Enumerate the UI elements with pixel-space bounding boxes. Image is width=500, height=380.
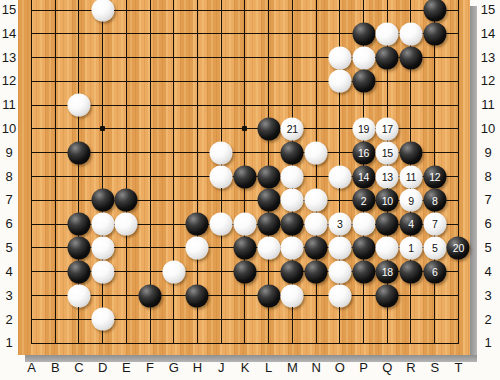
intersection-H9[interactable] — [186, 141, 210, 165]
intersection-H4[interactable] — [186, 260, 210, 284]
intersection-A8[interactable] — [20, 165, 44, 189]
intersection-N7[interactable] — [304, 188, 328, 212]
intersection-G2[interactable] — [162, 307, 186, 331]
intersection-R15[interactable] — [399, 0, 423, 22]
intersection-P1[interactable] — [352, 331, 376, 355]
intersection-M12[interactable] — [281, 70, 305, 94]
intersection-E3[interactable] — [114, 284, 138, 308]
intersection-A5[interactable] — [20, 236, 44, 260]
intersection-R14[interactable] — [399, 22, 423, 46]
intersection-L14[interactable] — [257, 22, 281, 46]
intersection-D14[interactable] — [91, 22, 115, 46]
intersection-A13[interactable] — [20, 46, 44, 70]
intersection-E4[interactable] — [114, 260, 138, 284]
intersection-O8[interactable] — [328, 165, 352, 189]
intersection-J5[interactable] — [209, 236, 233, 260]
intersection-R9[interactable] — [399, 141, 423, 165]
intersection-S5[interactable]: 5 — [423, 236, 447, 260]
intersection-N5[interactable] — [304, 236, 328, 260]
intersection-N10[interactable] — [304, 117, 328, 141]
intersection-K15[interactable] — [233, 0, 257, 22]
intersection-H6[interactable] — [186, 212, 210, 236]
column-label-O: O — [330, 360, 350, 376]
intersection-J12[interactable] — [209, 70, 233, 94]
row-label-left-2: 2 — [0, 312, 18, 328]
intersection-T10[interactable] — [447, 117, 471, 141]
intersection-S3[interactable] — [423, 284, 447, 308]
intersection-H1[interactable] — [186, 331, 210, 355]
intersection-T14[interactable] — [447, 22, 471, 46]
grid-line-v — [458, 284, 459, 308]
intersection-H15[interactable] — [186, 0, 210, 22]
intersection-B6[interactable] — [43, 212, 67, 236]
intersection-R3[interactable] — [399, 284, 423, 308]
intersection-M7[interactable] — [281, 188, 305, 212]
intersection-G1[interactable] — [162, 331, 186, 355]
intersection-M14[interactable] — [281, 22, 305, 46]
intersection-C2[interactable] — [67, 307, 91, 331]
intersection-S13[interactable] — [423, 46, 447, 70]
intersection-B9[interactable] — [43, 141, 67, 165]
intersection-T7[interactable] — [447, 188, 471, 212]
intersection-A1[interactable] — [20, 331, 44, 355]
intersection-Q4[interactable]: 18 — [375, 260, 399, 284]
intersection-M11[interactable] — [281, 93, 305, 117]
intersection-L10[interactable] — [257, 117, 281, 141]
intersection-O6[interactable]: 3 — [328, 212, 352, 236]
intersection-K10[interactable] — [233, 117, 257, 141]
intersection-T4[interactable] — [447, 260, 471, 284]
intersection-B15[interactable] — [43, 0, 67, 22]
intersection-L1[interactable] — [257, 331, 281, 355]
intersection-G4[interactable] — [162, 260, 186, 284]
intersection-L4[interactable] — [257, 260, 281, 284]
intersection-B10[interactable] — [43, 117, 67, 141]
intersection-H7[interactable] — [186, 188, 210, 212]
intersection-M4[interactable] — [281, 260, 305, 284]
intersection-T11[interactable] — [447, 93, 471, 117]
intersection-L9[interactable] — [257, 141, 281, 165]
intersection-S6[interactable]: 7 — [423, 212, 447, 236]
intersection-D12[interactable] — [91, 70, 115, 94]
intersection-H8[interactable] — [186, 165, 210, 189]
intersection-S7[interactable]: 8 — [423, 188, 447, 212]
intersection-L12[interactable] — [257, 70, 281, 94]
intersection-Q9[interactable]: 15 — [375, 141, 399, 165]
grid-line-v — [31, 236, 32, 260]
intersection-B8[interactable] — [43, 165, 67, 189]
intersection-O15[interactable] — [328, 0, 352, 22]
intersection-F6[interactable] — [138, 212, 162, 236]
intersection-M1[interactable] — [281, 331, 305, 355]
intersection-G12[interactable] — [162, 70, 186, 94]
intersection-H5[interactable] — [186, 236, 210, 260]
intersection-G6[interactable] — [162, 212, 186, 236]
intersection-B3[interactable] — [43, 284, 67, 308]
grid-line-v — [173, 236, 174, 260]
intersection-R1[interactable] — [399, 331, 423, 355]
intersection-P12[interactable] — [352, 70, 376, 94]
intersection-O10[interactable] — [328, 117, 352, 141]
intersection-L2[interactable] — [257, 307, 281, 331]
intersection-N14[interactable] — [304, 22, 328, 46]
intersection-R12[interactable] — [399, 70, 423, 94]
intersection-D1[interactable] — [91, 331, 115, 355]
intersection-M9[interactable] — [281, 141, 305, 165]
intersection-M2[interactable] — [281, 307, 305, 331]
intersection-M3[interactable] — [281, 284, 305, 308]
intersection-H11[interactable] — [186, 93, 210, 117]
intersection-D3[interactable] — [91, 284, 115, 308]
intersection-A14[interactable] — [20, 22, 44, 46]
intersection-P10[interactable]: 19 — [352, 117, 376, 141]
intersection-P2[interactable] — [352, 307, 376, 331]
intersection-N2[interactable] — [304, 307, 328, 331]
intersection-F1[interactable] — [138, 331, 162, 355]
intersection-D10[interactable] — [91, 117, 115, 141]
intersection-J1[interactable] — [209, 331, 233, 355]
intersection-G14[interactable] — [162, 22, 186, 46]
intersection-K2[interactable] — [233, 307, 257, 331]
intersection-K5[interactable] — [233, 236, 257, 260]
intersection-B2[interactable] — [43, 307, 67, 331]
intersection-O11[interactable] — [328, 93, 352, 117]
intersection-P8[interactable]: 14 — [352, 165, 376, 189]
intersection-T3[interactable] — [447, 284, 471, 308]
intersection-H3[interactable] — [186, 284, 210, 308]
intersection-T6[interactable] — [447, 212, 471, 236]
intersection-M6[interactable] — [281, 212, 305, 236]
intersection-L3[interactable] — [257, 284, 281, 308]
intersection-M10[interactable]: 21 — [281, 117, 305, 141]
intersection-G15[interactable] — [162, 0, 186, 22]
intersection-S11[interactable] — [423, 93, 447, 117]
intersection-C7[interactable] — [67, 188, 91, 212]
intersection-Q6[interactable] — [375, 212, 399, 236]
intersection-A2[interactable] — [20, 307, 44, 331]
intersection-O3[interactable] — [328, 284, 352, 308]
intersection-H10[interactable] — [186, 117, 210, 141]
intersection-J11[interactable] — [209, 93, 233, 117]
intersection-C1[interactable] — [67, 331, 91, 355]
intersection-S14[interactable] — [423, 22, 447, 46]
intersection-O5[interactable] — [328, 236, 352, 260]
intersection-H2[interactable] — [186, 307, 210, 331]
intersection-R7[interactable]: 9 — [399, 188, 423, 212]
intersection-L13[interactable] — [257, 46, 281, 70]
intersection-D5[interactable] — [91, 236, 115, 260]
column-label-P: P — [354, 360, 374, 376]
intersection-B1[interactable] — [43, 331, 67, 355]
intersection-C15[interactable] — [67, 0, 91, 22]
intersection-T2[interactable] — [447, 307, 471, 331]
intersection-O13[interactable] — [328, 46, 352, 70]
intersection-E5[interactable] — [114, 236, 138, 260]
intersection-T13[interactable] — [447, 46, 471, 70]
grid-line-v — [316, 93, 317, 117]
intersection-C10[interactable] — [67, 117, 91, 141]
intersection-E7[interactable] — [114, 188, 138, 212]
intersection-S10[interactable] — [423, 117, 447, 141]
intersection-O7[interactable] — [328, 188, 352, 212]
intersection-K6[interactable] — [233, 212, 257, 236]
intersection-M8[interactable] — [281, 165, 305, 189]
intersection-P14[interactable] — [352, 22, 376, 46]
intersection-L11[interactable] — [257, 93, 281, 117]
intersection-E9[interactable] — [114, 141, 138, 165]
intersection-E13[interactable] — [114, 46, 138, 70]
intersection-C13[interactable] — [67, 46, 91, 70]
intersection-H12[interactable] — [186, 70, 210, 94]
intersection-F7[interactable] — [138, 188, 162, 212]
intersection-O2[interactable] — [328, 307, 352, 331]
intersection-K1[interactable] — [233, 331, 257, 355]
intersection-P13[interactable] — [352, 46, 376, 70]
intersection-D8[interactable] — [91, 165, 115, 189]
intersection-T15[interactable] — [447, 0, 471, 22]
intersection-M15[interactable] — [281, 0, 305, 22]
intersection-P11[interactable] — [352, 93, 376, 117]
intersection-D9[interactable] — [91, 141, 115, 165]
intersection-F3[interactable] — [138, 284, 162, 308]
intersection-F2[interactable] — [138, 307, 162, 331]
intersection-Q2[interactable] — [375, 307, 399, 331]
intersection-B4[interactable] — [43, 260, 67, 284]
intersection-H14[interactable] — [186, 22, 210, 46]
intersection-C4[interactable] — [67, 260, 91, 284]
intersection-P3[interactable] — [352, 284, 376, 308]
row-label-left-7: 7 — [0, 192, 18, 208]
stone-R14-white — [399, 22, 422, 45]
intersection-G8[interactable] — [162, 165, 186, 189]
intersection-Q14[interactable] — [375, 22, 399, 46]
intersection-N3[interactable] — [304, 284, 328, 308]
intersection-G3[interactable] — [162, 284, 186, 308]
intersection-K4[interactable] — [233, 260, 257, 284]
intersection-K8[interactable] — [233, 165, 257, 189]
intersection-J7[interactable] — [209, 188, 233, 212]
intersection-K14[interactable] — [233, 22, 257, 46]
intersection-L15[interactable] — [257, 0, 281, 22]
intersection-F12[interactable] — [138, 70, 162, 94]
intersection-Q12[interactable] — [375, 70, 399, 94]
intersection-O4[interactable] — [328, 260, 352, 284]
grid-line-v — [221, 307, 222, 331]
intersection-N1[interactable] — [304, 331, 328, 355]
intersection-A3[interactable] — [20, 284, 44, 308]
intersection-N12[interactable] — [304, 70, 328, 94]
intersection-G11[interactable] — [162, 93, 186, 117]
go-board[interactable]: 211917161514131112210983471520186 — [20, 0, 471, 355]
intersection-Q5[interactable] — [375, 236, 399, 260]
intersection-E6[interactable] — [114, 212, 138, 236]
intersection-K13[interactable] — [233, 46, 257, 70]
intersection-D2[interactable] — [91, 307, 115, 331]
intersection-R8[interactable]: 11 — [399, 165, 423, 189]
intersection-O14[interactable] — [328, 22, 352, 46]
intersection-K3[interactable] — [233, 284, 257, 308]
intersection-E12[interactable] — [114, 70, 138, 94]
intersection-B7[interactable] — [43, 188, 67, 212]
intersection-C14[interactable] — [67, 22, 91, 46]
intersection-K9[interactable] — [233, 141, 257, 165]
intersection-Q3[interactable] — [375, 284, 399, 308]
intersection-D6[interactable] — [91, 212, 115, 236]
grid-line-v — [458, 93, 459, 117]
intersection-N8[interactable] — [304, 165, 328, 189]
row-label-right-4: 4 — [479, 264, 497, 280]
intersection-R2[interactable] — [399, 307, 423, 331]
intersection-D11[interactable] — [91, 93, 115, 117]
intersection-T9[interactable] — [447, 141, 471, 165]
intersection-P9[interactable]: 16 — [352, 141, 376, 165]
intersection-G10[interactable] — [162, 117, 186, 141]
intersection-N15[interactable] — [304, 0, 328, 22]
intersection-F5[interactable] — [138, 236, 162, 260]
intersection-S12[interactable] — [423, 70, 447, 94]
intersection-R4[interactable] — [399, 260, 423, 284]
intersection-E8[interactable] — [114, 165, 138, 189]
intersection-F14[interactable] — [138, 22, 162, 46]
intersection-J3[interactable] — [209, 284, 233, 308]
intersection-C9[interactable] — [67, 141, 91, 165]
stone-C4-black — [67, 260, 90, 283]
intersection-T1[interactable] — [447, 331, 471, 355]
intersection-L8[interactable] — [257, 165, 281, 189]
intersection-F13[interactable] — [138, 46, 162, 70]
intersection-K11[interactable] — [233, 93, 257, 117]
intersection-N11[interactable] — [304, 93, 328, 117]
intersection-G7[interactable] — [162, 188, 186, 212]
intersection-L5[interactable] — [257, 236, 281, 260]
intersection-S15[interactable] — [423, 0, 447, 22]
intersection-G13[interactable] — [162, 46, 186, 70]
intersection-P5[interactable] — [352, 236, 376, 260]
intersection-B5[interactable] — [43, 236, 67, 260]
intersection-N9[interactable] — [304, 141, 328, 165]
intersection-Q13[interactable] — [375, 46, 399, 70]
intersection-C8[interactable] — [67, 165, 91, 189]
intersection-T5[interactable]: 20 — [447, 236, 471, 260]
intersection-L6[interactable] — [257, 212, 281, 236]
intersection-C12[interactable] — [67, 70, 91, 94]
intersection-E11[interactable] — [114, 93, 138, 117]
intersection-Q7[interactable]: 10 — [375, 188, 399, 212]
intersection-A4[interactable] — [20, 260, 44, 284]
intersection-R5[interactable]: 1 — [399, 236, 423, 260]
intersection-G5[interactable] — [162, 236, 186, 260]
intersection-N4[interactable] — [304, 260, 328, 284]
intersection-N6[interactable] — [304, 212, 328, 236]
intersection-D7[interactable] — [91, 188, 115, 212]
intersection-F4[interactable] — [138, 260, 162, 284]
intersection-M5[interactable] — [281, 236, 305, 260]
intersection-B11[interactable] — [43, 93, 67, 117]
intersection-Q8[interactable]: 13 — [375, 165, 399, 189]
intersection-T12[interactable] — [447, 70, 471, 94]
intersection-A7[interactable] — [20, 188, 44, 212]
intersection-Q10[interactable]: 17 — [375, 117, 399, 141]
intersection-O12[interactable] — [328, 70, 352, 94]
intersection-J6[interactable] — [209, 212, 233, 236]
intersection-B14[interactable] — [43, 22, 67, 46]
intersection-D15[interactable] — [91, 0, 115, 22]
intersection-F15[interactable] — [138, 0, 162, 22]
intersection-R13[interactable] — [399, 46, 423, 70]
intersection-F10[interactable] — [138, 117, 162, 141]
intersection-A9[interactable] — [20, 141, 44, 165]
intersection-Q1[interactable] — [375, 331, 399, 355]
intersection-P6[interactable] — [352, 212, 376, 236]
intersection-J13[interactable] — [209, 46, 233, 70]
intersection-S2[interactable] — [423, 307, 447, 331]
intersection-S1[interactable] — [423, 331, 447, 355]
intersection-D13[interactable] — [91, 46, 115, 70]
intersection-A15[interactable] — [20, 0, 44, 22]
intersection-D4[interactable] — [91, 260, 115, 284]
intersection-H13[interactable] — [186, 46, 210, 70]
intersection-B13[interactable] — [43, 46, 67, 70]
intersection-E10[interactable] — [114, 117, 138, 141]
intersection-Q11[interactable] — [375, 93, 399, 117]
intersection-M13[interactable] — [281, 46, 305, 70]
intersection-A12[interactable] — [20, 70, 44, 94]
intersection-T8[interactable] — [447, 165, 471, 189]
intersection-A11[interactable] — [20, 93, 44, 117]
intersection-R10[interactable] — [399, 117, 423, 141]
intersection-Q15[interactable] — [375, 0, 399, 22]
intersection-J4[interactable] — [209, 260, 233, 284]
intersection-A10[interactable] — [20, 117, 44, 141]
intersection-J14[interactable] — [209, 22, 233, 46]
stone-N9-white — [305, 141, 328, 164]
intersection-R6[interactable]: 4 — [399, 212, 423, 236]
intersection-J9[interactable] — [209, 141, 233, 165]
intersection-O1[interactable] — [328, 331, 352, 355]
intersection-K7[interactable] — [233, 188, 257, 212]
intersection-K12[interactable] — [233, 70, 257, 94]
intersection-F9[interactable] — [138, 141, 162, 165]
intersection-P15[interactable] — [352, 0, 376, 22]
intersection-C5[interactable] — [67, 236, 91, 260]
intersection-J15[interactable] — [209, 0, 233, 22]
intersection-C6[interactable] — [67, 212, 91, 236]
intersection-E1[interactable] — [114, 331, 138, 355]
intersection-E2[interactable] — [114, 307, 138, 331]
intersection-J10[interactable] — [209, 117, 233, 141]
intersection-J2[interactable] — [209, 307, 233, 331]
intersection-B12[interactable] — [43, 70, 67, 94]
intersection-F8[interactable] — [138, 165, 162, 189]
intersection-L7[interactable] — [257, 188, 281, 212]
intersection-J8[interactable] — [209, 165, 233, 189]
intersection-G9[interactable] — [162, 141, 186, 165]
intersection-N13[interactable] — [304, 46, 328, 70]
intersection-P4[interactable] — [352, 260, 376, 284]
intersection-P7[interactable]: 2 — [352, 188, 376, 212]
intersection-S8[interactable]: 12 — [423, 165, 447, 189]
intersection-O9[interactable] — [328, 141, 352, 165]
intersection-A6[interactable] — [20, 212, 44, 236]
intersection-S4[interactable]: 6 — [423, 260, 447, 284]
intersection-E14[interactable] — [114, 22, 138, 46]
intersection-F11[interactable] — [138, 93, 162, 117]
intersection-S9[interactable] — [423, 141, 447, 165]
intersection-C11[interactable] — [67, 93, 91, 117]
intersection-C3[interactable] — [67, 284, 91, 308]
intersection-E15[interactable] — [114, 0, 138, 22]
intersection-R11[interactable] — [399, 93, 423, 117]
